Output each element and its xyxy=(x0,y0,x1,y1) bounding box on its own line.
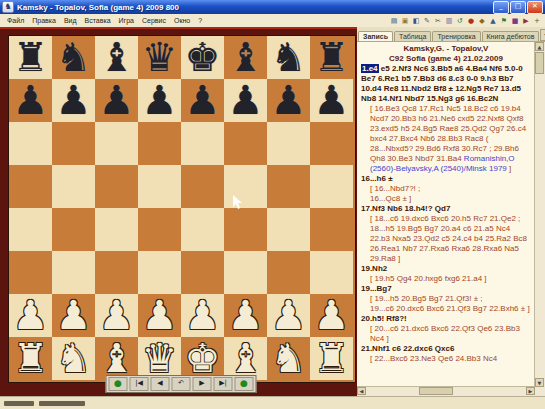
database-icon[interactable]: ■ xyxy=(510,16,520,26)
square-c4[interactable] xyxy=(95,208,138,251)
square-b5[interactable] xyxy=(52,165,95,208)
training-icon[interactable]: ⚑ xyxy=(499,16,509,26)
variation-moves[interactable]: [ 22...Bxc6 23.Ne3 Qe6 24.Bb3 Nc4 xyxy=(361,354,531,364)
square-a2[interactable]: ♟ xyxy=(9,294,52,337)
piece-black-knight[interactable]: ♞ xyxy=(56,36,92,79)
piece-white-rook[interactable]: ♜ xyxy=(314,337,350,380)
piece-white-bishop[interactable]: ♝ xyxy=(99,337,135,380)
scroll-left-icon[interactable]: ◀ xyxy=(357,387,366,395)
variation-moves[interactable]: 16...Qc8 ± ] xyxy=(361,194,531,204)
mainline-moves[interactable]: 20.h5! Rf8?! xyxy=(361,314,531,324)
move-text[interactable]: [ 18...c6 19.dxc6 Bxc6 20.h5 Rc7 21.Qe2 … xyxy=(370,214,520,223)
variation-moves[interactable]: [ 20...c6 21.dxc6 Bxc6 22.Qf3 Qe6 23.Bb3… xyxy=(361,324,531,344)
square-g8[interactable]: ♞ xyxy=(267,36,310,79)
move-text[interactable]: [ 20...c6 21.dxc6 Bxc6 22.Qf3 Qe6 23.Bb3… xyxy=(370,324,520,343)
square-g4[interactable] xyxy=(267,208,310,251)
square-c5[interactable] xyxy=(95,165,138,208)
square-d6[interactable] xyxy=(138,122,181,165)
square-d8[interactable]: ♛ xyxy=(138,36,181,79)
square-b3[interactable] xyxy=(52,251,95,294)
print-icon[interactable]: ✎ xyxy=(422,16,432,26)
square-d7[interactable]: ♟ xyxy=(138,79,181,122)
tab-scroll-left-button[interactable]: ◀ xyxy=(540,29,545,41)
square-g7[interactable]: ♟ xyxy=(267,79,310,122)
menu-bar: ФайлПравкаВидВставкаИграСервисОкно? ▤▣◧✎… xyxy=(0,14,545,27)
piece-white-pawn[interactable]: ♟ xyxy=(314,294,350,337)
menu-item-вид[interactable]: Вид xyxy=(60,17,81,24)
square-d1[interactable]: ♛ xyxy=(138,337,181,380)
window-controls: _□✕ xyxy=(492,1,543,14)
move-text[interactable]: 16...h6 ± xyxy=(361,174,393,183)
move-text[interactable]: 19...c6 20.dxc6 Bxc6 21.Qf3 Bg7 22.Bxh6 … xyxy=(370,304,530,313)
square-b8[interactable]: ♞ xyxy=(52,36,95,79)
engine-icon[interactable]: ● xyxy=(466,16,476,26)
square-h8[interactable]: ♜ xyxy=(310,36,353,79)
piece-black-pawn[interactable]: ♟ xyxy=(185,79,221,122)
piece-white-rook[interactable]: ♜ xyxy=(13,337,49,380)
piece-white-queen[interactable]: ♛ xyxy=(142,337,178,380)
menu-item-вставка[interactable]: Вставка xyxy=(81,17,115,24)
move-text[interactable]: 18...h5 19.Bg5 Bg7 20.a4 c6 21.a5 Nc4 22… xyxy=(370,224,527,263)
piece-black-rook[interactable]: ♜ xyxy=(13,36,49,79)
square-e1[interactable]: ♚ xyxy=(181,337,224,380)
tab-таблица[interactable]: Таблица xyxy=(394,31,431,41)
menu-items: ФайлПравкаВидВставкаИграСервисОкно? xyxy=(3,17,206,24)
notation-area[interactable]: Kamsky,G. - Topalov,V C92 Sofia (game 4)… xyxy=(357,42,545,396)
piece-black-queen[interactable]: ♛ xyxy=(142,36,178,79)
mainline-moves[interactable]: 19.Nh2 xyxy=(361,264,531,274)
game-players-header: Kamsky,G. - Topalov,V xyxy=(361,44,531,54)
board-panel: ♜♞♝♛♚♝♞♜♟♟♟♟♟♟♟♟♟♟♟♟♟♟♟♟♜♞♝♛♚♝♞♜ ●|◀◀↶▶▶… xyxy=(0,27,357,396)
mainline-moves[interactable]: 17.Nf3 Nb6 18.h4!? Qd7 xyxy=(361,204,531,214)
variation-moves[interactable]: [ 19.h5 Qg4 20.hxg6 fxg6 21.a4 ] xyxy=(361,274,531,284)
square-b7[interactable]: ♟ xyxy=(52,79,95,122)
move-text[interactable]: 17.Nf3 Nb6 18.h4!? Qd7 xyxy=(361,204,450,213)
menu-item-игра[interactable]: Игра xyxy=(115,17,138,24)
status-segment xyxy=(4,401,34,406)
engine-toggle-right-button[interactable]: ● xyxy=(235,377,254,391)
chess-board[interactable]: ♜♞♝♛♚♝♞♜♟♟♟♟♟♟♟♟♟♟♟♟♟♟♟♟♜♞♝♛♚♝♞♜ xyxy=(8,35,356,383)
square-d3[interactable] xyxy=(138,251,181,294)
panel-tabs: ЗаписьТаблицаТренировкаКнига дебютов◀▶ xyxy=(357,27,545,42)
move-text[interactable]: [ 16...Nbd7?! ; xyxy=(370,184,420,193)
flip-board-icon[interactable]: ↺ xyxy=(455,16,465,26)
piece-white-pawn[interactable]: ♟ xyxy=(13,294,49,337)
square-c8[interactable]: ♝ xyxy=(95,36,138,79)
square-e5[interactable] xyxy=(181,165,224,208)
engine-toggle-left-button[interactable]: ● xyxy=(109,377,128,391)
piece-white-king[interactable]: ♚ xyxy=(185,337,221,380)
square-e4[interactable] xyxy=(181,208,224,251)
current-move[interactable]: 1.e4 xyxy=(361,64,379,73)
mainline-moves[interactable]: 19...Bg7 xyxy=(361,284,531,294)
square-h2[interactable]: ♟ xyxy=(310,294,353,337)
top-toolbar: ▤▣◧✎✂▥↺●◆▲⚑■▶+ xyxy=(389,16,542,26)
piece-white-pawn[interactable]: ♟ xyxy=(56,294,92,337)
move-list: 1.e4 e5 2.Nf3 Nc6 3.Bb5 a6 4.Ba4 Nf6 5.0… xyxy=(361,64,531,364)
square-f8[interactable]: ♝ xyxy=(224,36,267,79)
piece-white-knight[interactable]: ♞ xyxy=(271,337,307,380)
variation-moves[interactable]: [ 16.Be3 Qc8 17.Rc1 Nc5 18.Bc2 c6 19.b4 … xyxy=(361,104,531,174)
square-g1[interactable]: ♞ xyxy=(267,337,310,380)
square-h6[interactable] xyxy=(310,122,353,165)
piece-white-pawn[interactable]: ♟ xyxy=(185,294,221,337)
square-b4[interactable] xyxy=(52,208,95,251)
variation-moves[interactable]: [ 18...c6 19.dxc6 Bxc6 20.h5 Rc7 21.Qe2 … xyxy=(361,214,531,224)
app-icon: ♞ xyxy=(2,1,14,13)
square-f2[interactable]: ♟ xyxy=(224,294,267,337)
horizontal-scroll-thumb[interactable] xyxy=(419,387,453,395)
move-text[interactable]: 20.h5! Rf8?! xyxy=(361,314,407,323)
copy-icon[interactable]: ▥ xyxy=(444,16,454,26)
title-bar: ♞ Kamsky - Topalov, Sofia (game 4) 2009 … xyxy=(0,0,545,14)
menu-item-файл[interactable]: Файл xyxy=(3,17,28,24)
piece-black-bishop[interactable]: ♝ xyxy=(99,36,135,79)
square-c6[interactable] xyxy=(95,122,138,165)
square-a7[interactable]: ♟ xyxy=(9,79,52,122)
square-g2[interactable]: ♟ xyxy=(267,294,310,337)
tab-запись[interactable]: Запись xyxy=(358,31,393,41)
move-text[interactable]: [ 22...Bxc6 23.Ne3 Qe6 24.Bb3 Nc4 xyxy=(370,354,497,363)
mainline-moves[interactable]: 1.e4 e5 2.Nf3 Nc6 3.Bb5 a6 4.Ba4 Nf6 5.0… xyxy=(361,64,531,104)
cut-icon[interactable]: ✂ xyxy=(433,16,443,26)
app-window: ♞ Kamsky - Topalov, Sofia (game 4) 2009 … xyxy=(0,0,545,409)
menu-item-сервис[interactable]: Сервис xyxy=(138,17,170,24)
takeback-button[interactable]: ↶ xyxy=(172,377,191,391)
square-h7[interactable]: ♟ xyxy=(310,79,353,122)
new-board-icon[interactable]: ▤ xyxy=(389,16,399,26)
square-a3[interactable] xyxy=(9,251,52,294)
piece-white-knight[interactable]: ♞ xyxy=(56,337,92,380)
move-text[interactable]: 16...Qc8 ± ] xyxy=(370,194,411,203)
square-g6[interactable] xyxy=(267,122,310,165)
square-c7[interactable]: ♟ xyxy=(95,79,138,122)
back-button[interactable]: ◀ xyxy=(151,377,170,391)
tab-scroll: ◀▶ xyxy=(539,29,545,41)
move-text[interactable]: ] xyxy=(507,164,511,173)
square-b2[interactable]: ♟ xyxy=(52,294,95,337)
square-f7[interactable]: ♟ xyxy=(224,79,267,122)
variation-moves[interactable]: 18...h5 19.Bg5 Bg7 20.a4 c6 21.a5 Nc4 22… xyxy=(361,224,531,264)
move-text[interactable]: [ 19.h5 Qg4 20.hxg6 fxg6 21.a4 ] xyxy=(370,274,487,283)
mainline-moves[interactable]: 16...h6 ± xyxy=(361,174,531,184)
square-a6[interactable] xyxy=(9,122,52,165)
square-h5[interactable] xyxy=(310,165,353,208)
close-button[interactable]: ✕ xyxy=(527,1,543,14)
save-icon[interactable]: ◧ xyxy=(411,16,421,26)
goto-start-button[interactable]: |◀ xyxy=(130,377,149,391)
variation-moves[interactable]: [ 16...Nbd7?! ; xyxy=(361,184,531,194)
status-segment xyxy=(39,401,85,406)
help-icon[interactable]: + xyxy=(532,16,542,26)
piece-black-pawn[interactable]: ♟ xyxy=(228,79,264,122)
piece-white-pawn[interactable]: ♟ xyxy=(99,294,135,337)
menu-item-окно[interactable]: Окно xyxy=(170,17,194,24)
square-a4[interactable] xyxy=(9,208,52,251)
move-text[interactable]: e5 2.Nf3 Nc6 3.Bb5 a6 4.Ba4 Nf6 5.0-0 Be… xyxy=(361,64,523,103)
analysis-icon[interactable]: ▲ xyxy=(488,16,498,26)
tab-книга дебютов[interactable]: Книга дебютов xyxy=(482,31,540,41)
piece-white-pawn[interactable]: ♟ xyxy=(271,294,307,337)
square-e2[interactable]: ♟ xyxy=(181,294,224,337)
square-e7[interactable]: ♟ xyxy=(181,79,224,122)
square-b1[interactable]: ♞ xyxy=(52,337,95,380)
scroll-down-icon[interactable]: ▼ xyxy=(535,378,544,387)
square-d4[interactable] xyxy=(138,208,181,251)
square-e8[interactable]: ♚ xyxy=(181,36,224,79)
piece-black-pawn[interactable]: ♟ xyxy=(142,79,178,122)
variation-moves[interactable]: [ 19...h5 20.Bg5 Bg7 21.Qf3! ± ; xyxy=(361,294,531,304)
variation-moves[interactable]: 19...c6 20.dxc6 Bxc6 21.Qf3 Bg7 22.Bxh6 … xyxy=(361,304,531,314)
scroll-right-icon[interactable]: ▶ xyxy=(526,387,535,395)
square-f1[interactable]: ♝ xyxy=(224,337,267,380)
square-c3[interactable] xyxy=(95,251,138,294)
square-a8[interactable]: ♜ xyxy=(9,36,52,79)
square-e6[interactable] xyxy=(181,122,224,165)
move-navigation-bar: ●|◀◀↶▶▶|● xyxy=(106,375,257,393)
horizontal-scrollbar[interactable]: ◀ ▶ xyxy=(357,386,535,396)
vertical-scroll-thumb[interactable] xyxy=(535,52,544,74)
move-text[interactable]: 19...Bg7 xyxy=(361,284,392,293)
window-icon[interactable]: ▶ xyxy=(521,16,531,26)
square-c1[interactable]: ♝ xyxy=(95,337,138,380)
move-text[interactable]: 21.Nhf1 c6 22.dxc6 Qxc6 xyxy=(361,344,454,353)
square-f4[interactable] xyxy=(224,208,267,251)
piece-white-pawn[interactable]: ♟ xyxy=(142,294,178,337)
square-d2[interactable]: ♟ xyxy=(138,294,181,337)
goto-end-button[interactable]: ▶| xyxy=(214,377,233,391)
move-text[interactable]: [ 19...h5 20.Bg5 Bg7 21.Qf3! ± ; xyxy=(370,294,482,303)
square-f3[interactable] xyxy=(224,251,267,294)
square-h3[interactable] xyxy=(310,251,353,294)
menu-item-?[interactable]: ? xyxy=(194,17,206,24)
square-d5[interactable] xyxy=(138,165,181,208)
square-g5[interactable] xyxy=(267,165,310,208)
square-a1[interactable]: ♜ xyxy=(9,337,52,380)
square-h1[interactable]: ♜ xyxy=(310,337,353,380)
square-f5[interactable] xyxy=(224,165,267,208)
status-bar xyxy=(0,396,545,409)
book-icon[interactable]: ◆ xyxy=(477,16,487,26)
piece-black-knight[interactable]: ♞ xyxy=(271,36,307,79)
square-g3[interactable] xyxy=(267,251,310,294)
mainline-moves[interactable]: 21.Nhf1 c6 22.dxc6 Qxc6 xyxy=(361,344,531,354)
window-title: Kamsky - Topalov, Sofia (game 4) 2009 80… xyxy=(17,3,492,12)
piece-black-pawn[interactable]: ♟ xyxy=(56,79,92,122)
piece-black-pawn[interactable]: ♟ xyxy=(314,79,350,122)
piece-black-pawn[interactable]: ♟ xyxy=(99,79,135,122)
piece-black-king[interactable]: ♚ xyxy=(185,36,221,79)
move-text[interactable]: 19.Nh2 xyxy=(361,264,387,273)
piece-black-rook[interactable]: ♜ xyxy=(314,36,350,79)
tab-тренировка[interactable]: Тренировка xyxy=(432,31,480,41)
forward-button[interactable]: ▶ xyxy=(193,377,212,391)
square-f6[interactable] xyxy=(224,122,267,165)
square-a5[interactable] xyxy=(9,165,52,208)
menu-item-правка[interactable]: Правка xyxy=(28,17,60,24)
open-icon[interactable]: ▣ xyxy=(400,16,410,26)
notation-panel: ЗаписьТаблицаТренировкаКнига дебютов◀▶ K… xyxy=(357,27,545,396)
piece-black-pawn[interactable]: ♟ xyxy=(271,79,307,122)
maximize-button[interactable]: □ xyxy=(510,1,526,14)
square-h4[interactable] xyxy=(310,208,353,251)
piece-black-bishop[interactable]: ♝ xyxy=(228,36,264,79)
piece-white-pawn[interactable]: ♟ xyxy=(228,294,264,337)
minimize-button[interactable]: _ xyxy=(493,1,509,14)
game-event-header: C92 Sofia (game 4) 21.02.2009 xyxy=(361,54,531,64)
piece-white-bishop[interactable]: ♝ xyxy=(228,337,264,380)
piece-black-pawn[interactable]: ♟ xyxy=(13,79,49,122)
square-c2[interactable]: ♟ xyxy=(95,294,138,337)
square-e3[interactable] xyxy=(181,251,224,294)
vertical-scrollbar[interactable]: ▲ ▼ xyxy=(534,42,545,396)
scroll-up-icon[interactable]: ▲ xyxy=(535,42,544,51)
square-b6[interactable] xyxy=(52,122,95,165)
